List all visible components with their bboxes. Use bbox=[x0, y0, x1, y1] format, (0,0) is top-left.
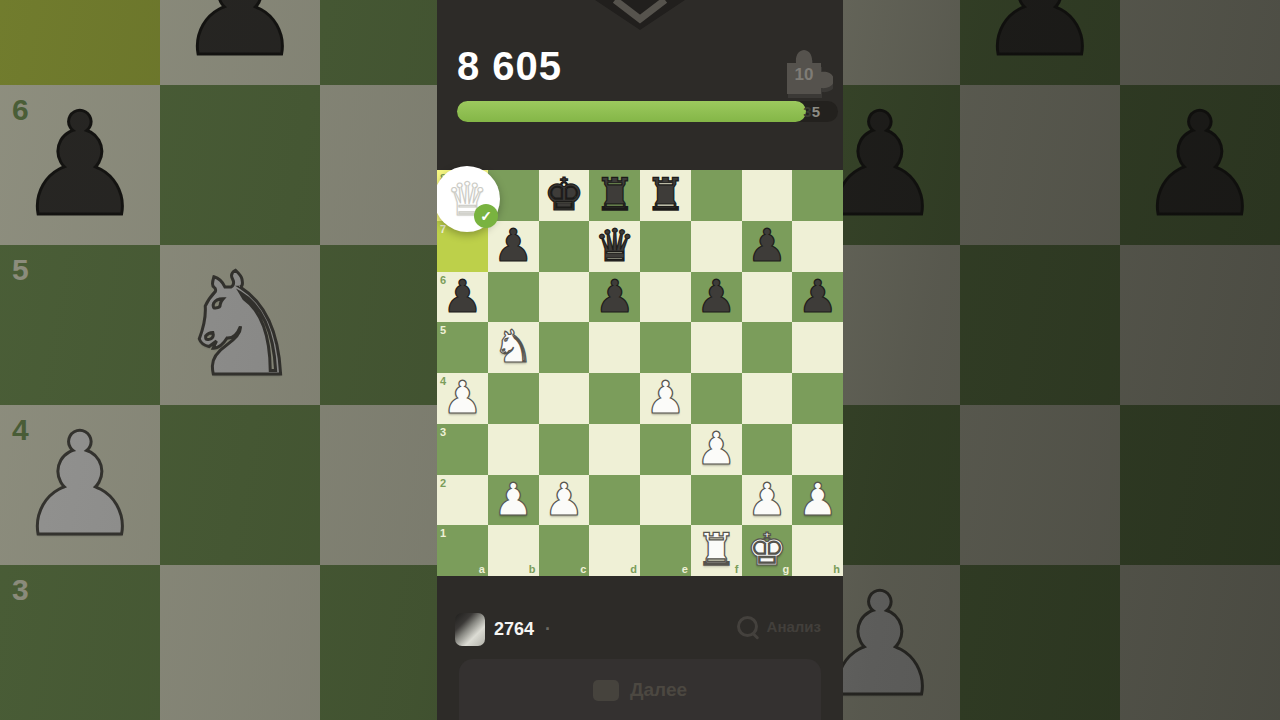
rating-separator: · bbox=[545, 619, 551, 640]
square-h6[interactable]: ♟ bbox=[792, 272, 843, 323]
square-f7[interactable] bbox=[691, 221, 742, 272]
square-b4[interactable] bbox=[488, 373, 539, 424]
rank-label-1: 1 bbox=[440, 527, 446, 539]
opponent-avatar[interactable] bbox=[455, 613, 485, 646]
square-g6[interactable] bbox=[742, 272, 793, 323]
square-a2[interactable]: 2 bbox=[437, 475, 488, 526]
file-label-c: c bbox=[580, 563, 586, 575]
square-c4[interactable] bbox=[539, 373, 590, 424]
piece-black-k[interactable]: ♚ bbox=[544, 170, 584, 221]
rank-label-5: 5 bbox=[440, 324, 446, 336]
promotion-queen-indicator[interactable]: ♛ ✓ bbox=[437, 166, 500, 232]
square-a5[interactable]: 5 bbox=[437, 322, 488, 373]
square-g7[interactable]: ♟ bbox=[742, 221, 793, 272]
square-c7[interactable] bbox=[539, 221, 590, 272]
square-e3[interactable] bbox=[640, 424, 691, 475]
rank-label-4: 4 bbox=[440, 375, 446, 387]
square-g8[interactable] bbox=[742, 170, 793, 221]
square-a6[interactable]: ♟6 bbox=[437, 272, 488, 323]
piece-black-p[interactable]: ♟ bbox=[594, 272, 634, 323]
piece-black-r[interactable]: ♜ bbox=[645, 170, 685, 221]
square-f3[interactable]: ♟ bbox=[691, 424, 742, 475]
square-d1[interactable]: d bbox=[589, 525, 640, 576]
square-e5[interactable] bbox=[640, 322, 691, 373]
square-d7[interactable]: ♛ bbox=[589, 221, 640, 272]
square-a4[interactable]: ♟4 bbox=[437, 373, 488, 424]
square-g1[interactable]: ♚g bbox=[742, 525, 793, 576]
next-label: Далее bbox=[630, 679, 687, 701]
square-f2[interactable] bbox=[691, 475, 742, 526]
square-h8[interactable] bbox=[792, 170, 843, 221]
next-board-icon bbox=[593, 680, 619, 701]
square-e7[interactable] bbox=[640, 221, 691, 272]
square-c6[interactable] bbox=[539, 272, 590, 323]
file-label-f: f bbox=[735, 563, 739, 575]
square-d6[interactable]: ♟ bbox=[589, 272, 640, 323]
piece-black-q[interactable]: ♛ bbox=[594, 221, 634, 272]
square-g5[interactable] bbox=[742, 322, 793, 373]
file-label-a: a bbox=[479, 563, 485, 575]
piece-black-p[interactable]: ♟ bbox=[442, 272, 482, 323]
square-e8[interactable]: ♜ bbox=[640, 170, 691, 221]
rank-label-3: 3 bbox=[440, 426, 446, 438]
square-a3[interactable]: 3 bbox=[437, 424, 488, 475]
piece-white-r[interactable]: ♜ bbox=[696, 525, 736, 576]
square-b1[interactable]: b bbox=[488, 525, 539, 576]
square-d5[interactable] bbox=[589, 322, 640, 373]
square-h2[interactable]: ♟ bbox=[792, 475, 843, 526]
piece-white-p[interactable]: ♟ bbox=[544, 475, 584, 526]
rank-label-2: 2 bbox=[440, 477, 446, 489]
file-label-d: d bbox=[630, 563, 637, 575]
progress-bar: 35 bbox=[457, 101, 838, 122]
correct-move-check-icon: ✓ bbox=[474, 204, 498, 228]
progress-value: 35 bbox=[803, 103, 820, 120]
square-h3[interactable] bbox=[792, 424, 843, 475]
square-f1[interactable]: ♜f bbox=[691, 525, 742, 576]
square-a1[interactable]: 1a bbox=[437, 525, 488, 576]
puzzle-score: 8 605 bbox=[457, 44, 562, 89]
square-f8[interactable] bbox=[691, 170, 742, 221]
puzzle-rating: 2764 bbox=[494, 619, 534, 640]
piece-white-n[interactable]: ♞ bbox=[493, 322, 533, 373]
piece-white-k[interactable]: ♚ bbox=[747, 525, 787, 576]
square-d4[interactable] bbox=[589, 373, 640, 424]
square-h1[interactable]: h bbox=[792, 525, 843, 576]
next-puzzle-button[interactable]: Далее bbox=[459, 659, 821, 720]
file-label-e: e bbox=[682, 563, 688, 575]
square-b3[interactable] bbox=[488, 424, 539, 475]
square-g3[interactable] bbox=[742, 424, 793, 475]
rank-label-6: 6 bbox=[440, 274, 446, 286]
square-e2[interactable] bbox=[640, 475, 691, 526]
progress-value-on-track: 5 bbox=[812, 103, 820, 120]
analysis-button[interactable]: Анализ bbox=[737, 616, 821, 637]
square-g2[interactable]: ♟ bbox=[742, 475, 793, 526]
analysis-magnifier-icon bbox=[737, 616, 758, 637]
square-b5[interactable]: ♞ bbox=[488, 322, 539, 373]
chess-board-area: ♛8♚♜♜7♟♛♟♟6♟♟♟5♞♟4♟3♟2♟♟♟♟1abcde♜f♚gh ♛ … bbox=[437, 170, 843, 576]
collapse-chevron-icon[interactable] bbox=[585, 0, 695, 34]
square-e6[interactable] bbox=[640, 272, 691, 323]
square-b6[interactable] bbox=[488, 272, 539, 323]
square-d2[interactable] bbox=[589, 475, 640, 526]
file-label-h: h bbox=[833, 563, 840, 575]
piece-white-p[interactable]: ♟ bbox=[696, 424, 736, 475]
progress-value-on-fill: 3 bbox=[803, 103, 811, 120]
piece-black-p[interactable]: ♟ bbox=[747, 221, 787, 272]
piece-white-p[interactable]: ♟ bbox=[493, 475, 533, 526]
square-h4[interactable] bbox=[792, 373, 843, 424]
square-d3[interactable] bbox=[589, 424, 640, 475]
piece-white-p[interactable]: ♟ bbox=[442, 373, 482, 424]
piece-black-p[interactable]: ♟ bbox=[696, 272, 736, 323]
chess-board[interactable]: ♛8♚♜♜7♟♛♟♟6♟♟♟5♞♟4♟3♟2♟♟♟♟1abcde♜f♚gh bbox=[437, 170, 843, 576]
square-e1[interactable]: e bbox=[640, 525, 691, 576]
square-e4[interactable]: ♟ bbox=[640, 373, 691, 424]
puzzle-count-text: 10 bbox=[795, 65, 814, 84]
square-h7[interactable] bbox=[792, 221, 843, 272]
piece-white-p[interactable]: ♟ bbox=[747, 475, 787, 526]
piece-black-p[interactable]: ♟ bbox=[493, 221, 533, 272]
square-h5[interactable] bbox=[792, 322, 843, 373]
square-f4[interactable] bbox=[691, 373, 742, 424]
square-b7[interactable]: ♟ bbox=[488, 221, 539, 272]
square-d8[interactable]: ♜ bbox=[589, 170, 640, 221]
square-c3[interactable] bbox=[539, 424, 590, 475]
square-c2[interactable]: ♟ bbox=[539, 475, 590, 526]
puzzle-count-badge[interactable]: 10 bbox=[775, 42, 833, 98]
file-label-b: b bbox=[529, 563, 536, 575]
puzzle-panel: 8 605 10 35 ♛8♚♜♜7♟♛♟♟6♟♟♟5♞♟4♟3♟2♟♟♟♟1a… bbox=[437, 0, 843, 720]
piece-white-p[interactable]: ♟ bbox=[645, 373, 685, 424]
piece-black-r[interactable]: ♜ bbox=[594, 170, 634, 221]
square-b2[interactable]: ♟ bbox=[488, 475, 539, 526]
square-g4[interactable] bbox=[742, 373, 793, 424]
square-f6[interactable]: ♟ bbox=[691, 272, 742, 323]
square-f5[interactable] bbox=[691, 322, 742, 373]
progress-fill bbox=[457, 101, 806, 122]
piece-white-p[interactable]: ♟ bbox=[797, 475, 837, 526]
piece-black-p[interactable]: ♟ bbox=[797, 272, 837, 323]
square-c1[interactable]: c bbox=[539, 525, 590, 576]
square-c5[interactable] bbox=[539, 322, 590, 373]
square-c8[interactable]: ♚ bbox=[539, 170, 590, 221]
file-label-g: g bbox=[783, 563, 790, 575]
analysis-label: Анализ bbox=[767, 618, 821, 635]
